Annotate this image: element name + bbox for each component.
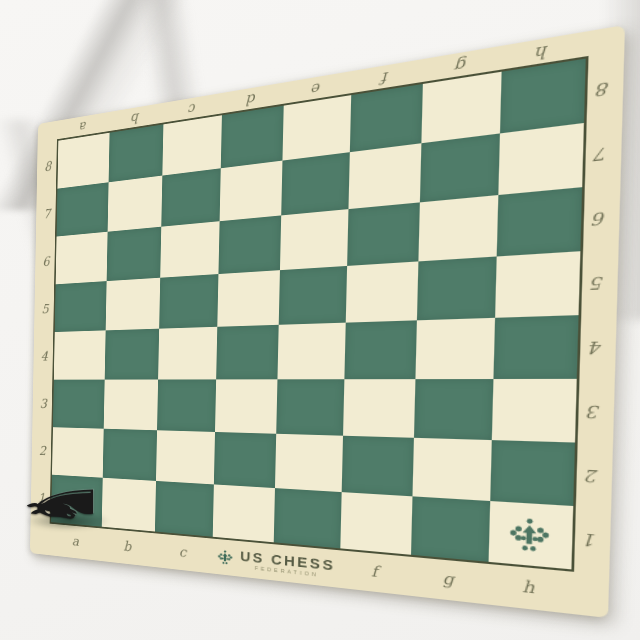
rank-label-right-4: 4 (589, 336, 603, 357)
file-label-top-h: h (536, 41, 549, 63)
square-d6[interactable] (218, 215, 281, 274)
square-a8[interactable] (57, 133, 109, 189)
photo-background: abcdefgh abcfgh 87654321 87654321 (0, 0, 640, 640)
square-e8[interactable] (282, 95, 350, 160)
square-b5[interactable] (105, 278, 160, 331)
square-a5[interactable] (55, 281, 106, 332)
rank-label-left-3: 3 (40, 396, 47, 411)
square-f2[interactable] (341, 436, 414, 497)
rank-label-right-2: 2 (585, 465, 599, 486)
square-d7[interactable] (219, 161, 282, 222)
square-h8[interactable] (499, 59, 585, 134)
square-c6[interactable] (160, 221, 219, 277)
file-label-bottom-g: g (442, 569, 454, 589)
square-g2[interactable] (412, 438, 491, 501)
file-label-bottom-h: h (522, 577, 535, 598)
square-g5[interactable] (417, 257, 496, 321)
file-label-bottom-f: f (371, 562, 377, 581)
file-label-top-f: f (383, 68, 390, 87)
square-g4[interactable] (415, 318, 494, 379)
square-e6[interactable] (280, 209, 348, 270)
rank-label-left-2: 2 (39, 443, 46, 458)
square-d4[interactable] (216, 325, 279, 380)
black-knight-icon: ♞ (17, 481, 108, 527)
rank-label-right-8: 8 (596, 77, 610, 99)
square-d1[interactable] (212, 484, 275, 542)
square-a3[interactable] (53, 380, 104, 429)
rank-label-left-5: 5 (42, 301, 49, 316)
rank-label-left-7: 7 (43, 206, 50, 222)
square-h5[interactable] (494, 251, 580, 318)
square-e3[interactable] (276, 379, 344, 435)
file-label-top-g: g (456, 55, 468, 76)
chess-board (51, 59, 586, 570)
square-b4[interactable] (104, 329, 159, 380)
square-c2[interactable] (156, 430, 215, 484)
square-c1[interactable] (155, 481, 213, 537)
square-b6[interactable] (106, 227, 161, 281)
square-d8[interactable] (220, 106, 283, 169)
square-f6[interactable] (347, 202, 420, 266)
file-label-top-e: e (312, 79, 322, 98)
file-label-top-d: d (248, 90, 258, 109)
us-chess-corner-logo-icon (501, 512, 558, 558)
fallen-piece[interactable]: ♞ (12, 472, 112, 536)
square-d5[interactable] (217, 270, 280, 327)
square-h1[interactable] (488, 501, 573, 569)
square-h2[interactable] (490, 440, 575, 506)
square-e4[interactable] (277, 323, 345, 380)
square-h3[interactable] (491, 379, 577, 443)
square-c8[interactable] (162, 115, 221, 175)
square-c4[interactable] (158, 327, 217, 380)
square-f5[interactable] (345, 261, 418, 322)
square-a4[interactable] (54, 330, 105, 379)
square-f1[interactable] (340, 492, 413, 555)
square-e1[interactable] (274, 488, 341, 548)
square-g1[interactable] (411, 496, 490, 561)
square-b8[interactable] (108, 124, 163, 182)
square-g8[interactable] (421, 72, 501, 143)
square-h6[interactable] (496, 187, 582, 256)
square-f8[interactable] (349, 84, 423, 152)
square-a7[interactable] (57, 182, 109, 236)
square-h7[interactable] (498, 123, 584, 195)
board-scene: abcdefgh abcfgh 87654321 87654321 (0, 0, 640, 640)
square-c7[interactable] (161, 168, 220, 226)
file-label-bottom-b: b (123, 538, 131, 554)
file-label-top-b: b (132, 109, 140, 126)
square-b7[interactable] (107, 176, 162, 232)
square-a2[interactable] (52, 427, 103, 477)
square-g7[interactable] (420, 134, 499, 203)
file-label-bottom-c: c (179, 544, 187, 561)
rank-label-left-8: 8 (44, 158, 51, 174)
rank-label-right-7: 7 (595, 142, 609, 164)
square-c5[interactable] (159, 274, 218, 329)
square-f7[interactable] (348, 143, 421, 209)
chess-mat: abcdefgh abcfgh 87654321 87654321 (30, 25, 625, 618)
square-b3[interactable] (103, 380, 158, 431)
square-f4[interactable] (344, 320, 417, 379)
rank-label-left-6: 6 (42, 253, 49, 269)
square-g6[interactable] (418, 195, 497, 261)
rank-label-right-5: 5 (591, 272, 605, 293)
square-h4[interactable] (493, 315, 579, 379)
file-label-top-a: a (80, 118, 87, 135)
rank-label-right-6: 6 (593, 207, 607, 228)
square-d2[interactable] (213, 432, 276, 488)
square-d3[interactable] (215, 379, 278, 433)
rank-label-left-4: 4 (41, 348, 48, 363)
file-label-top-c: c (188, 100, 196, 118)
square-e7[interactable] (281, 152, 349, 215)
rank-label-right-1: 1 (584, 529, 597, 550)
square-a6[interactable] (56, 232, 108, 285)
square-g3[interactable] (414, 379, 493, 440)
square-e2[interactable] (275, 434, 343, 492)
square-e5[interactable] (279, 266, 347, 325)
rank-label-right-3: 3 (587, 401, 601, 421)
square-c3[interactable] (157, 379, 216, 432)
square-f3[interactable] (343, 379, 416, 438)
